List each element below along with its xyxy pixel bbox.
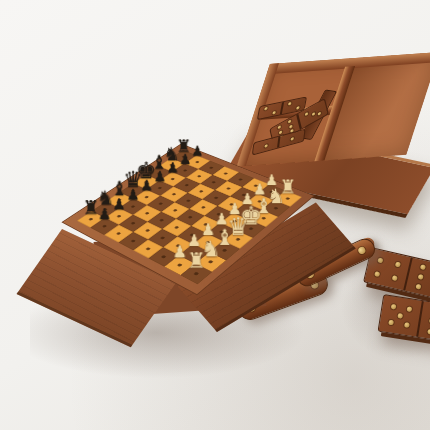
- peg-hole: [158, 202, 164, 205]
- peg-hole: [209, 166, 214, 169]
- peg-hole: [159, 219, 165, 222]
- peg-hole: [145, 229, 151, 233]
- peg-hole: [130, 239, 136, 243]
- peg-hole: [171, 193, 176, 196]
- peg-hole: [197, 175, 202, 178]
- peg-hole: [144, 212, 150, 215]
- black-pawn: ♟: [92, 202, 116, 226]
- chess-box: ♜♞♝♛♚♝♞♜♟♟♟♟♟♟♟♟♟♟♟♟♟♟♟♟♜♞♝♛♚♝♞♜: [0, 0, 430, 430]
- peg-hole: [199, 190, 204, 193]
- peg-hole: [130, 222, 136, 225]
- square-a1: ♜: [181, 263, 212, 284]
- peg-hole: [174, 226, 180, 230]
- peg-hole: [213, 196, 219, 199]
- peg-hole: [184, 184, 189, 187]
- peg-hole: [226, 187, 231, 190]
- peg-hole: [173, 209, 179, 212]
- peg-hole: [201, 206, 207, 209]
- peg-hole: [223, 172, 228, 175]
- peg-hole: [187, 216, 193, 219]
- white-rook: ♜: [183, 247, 210, 274]
- peg-hole: [211, 181, 216, 184]
- photo-scene: ♜♞♝♛♚♝♞♜♟♟♟♟♟♟♟♟♟♟♟♟♟♟♟♟♜♞♝♛♚♝♞♜: [0, 0, 430, 430]
- peg-hole: [160, 236, 166, 240]
- peg-hole: [116, 232, 122, 236]
- peg-hole: [238, 178, 243, 181]
- peg-hole: [186, 199, 192, 202]
- peg-hole: [145, 247, 151, 251]
